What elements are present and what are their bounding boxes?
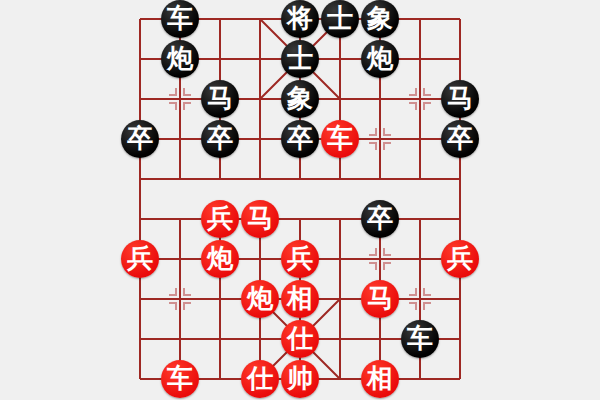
piece-red-soldier[interactable]: 兵: [201, 200, 239, 238]
piece-red-general[interactable]: 帅: [281, 360, 319, 398]
piece-black-elephant[interactable]: 象: [281, 80, 319, 118]
piece-red-soldier[interactable]: 兵: [441, 240, 479, 278]
piece-black-soldier[interactable]: 卒: [441, 120, 479, 158]
piece-red-elephant[interactable]: 相: [281, 280, 319, 318]
piece-red-horse[interactable]: 马: [361, 280, 399, 318]
piece-red-soldier[interactable]: 兵: [281, 240, 319, 278]
board-grid: 车将士象炮士炮马象马卒卒卒车卒兵马卒兵炮兵兵炮相马仕车车仕帅相: [120, 0, 480, 399]
board-background: 车将士象炮士炮马象马卒卒卒车卒兵马卒兵炮兵兵炮相马仕车车仕帅相: [0, 0, 600, 400]
piece-red-soldier[interactable]: 兵: [121, 240, 159, 278]
xiangqi-board: 车将士象炮士炮马象马卒卒卒车卒兵马卒兵炮兵兵炮相马仕车车仕帅相: [120, 0, 480, 400]
piece-red-advisor[interactable]: 仕: [241, 360, 279, 398]
piece-black-soldier[interactable]: 卒: [361, 200, 399, 238]
piece-black-soldier[interactable]: 卒: [201, 120, 239, 158]
piece-red-elephant[interactable]: 相: [361, 360, 399, 398]
piece-black-cannon[interactable]: 炮: [161, 40, 199, 78]
piece-red-horse[interactable]: 马: [241, 200, 279, 238]
piece-black-soldier[interactable]: 卒: [281, 120, 319, 158]
piece-red-chariot[interactable]: 车: [321, 120, 359, 158]
piece-black-chariot[interactable]: 车: [161, 0, 199, 38]
piece-black-soldier[interactable]: 卒: [121, 120, 159, 158]
piece-black-chariot[interactable]: 车: [401, 320, 439, 358]
piece-black-general[interactable]: 将: [281, 0, 319, 38]
piece-red-chariot[interactable]: 车: [161, 360, 199, 398]
piece-red-advisor[interactable]: 仕: [281, 320, 319, 358]
piece-black-advisor[interactable]: 士: [281, 40, 319, 78]
piece-black-advisor[interactable]: 士: [321, 0, 359, 38]
piece-red-cannon[interactable]: 炮: [201, 240, 239, 278]
piece-black-horse[interactable]: 马: [441, 80, 479, 118]
piece-black-horse[interactable]: 马: [201, 80, 239, 118]
piece-black-cannon[interactable]: 炮: [361, 40, 399, 78]
piece-black-elephant[interactable]: 象: [361, 0, 399, 38]
piece-red-cannon[interactable]: 炮: [241, 280, 279, 318]
